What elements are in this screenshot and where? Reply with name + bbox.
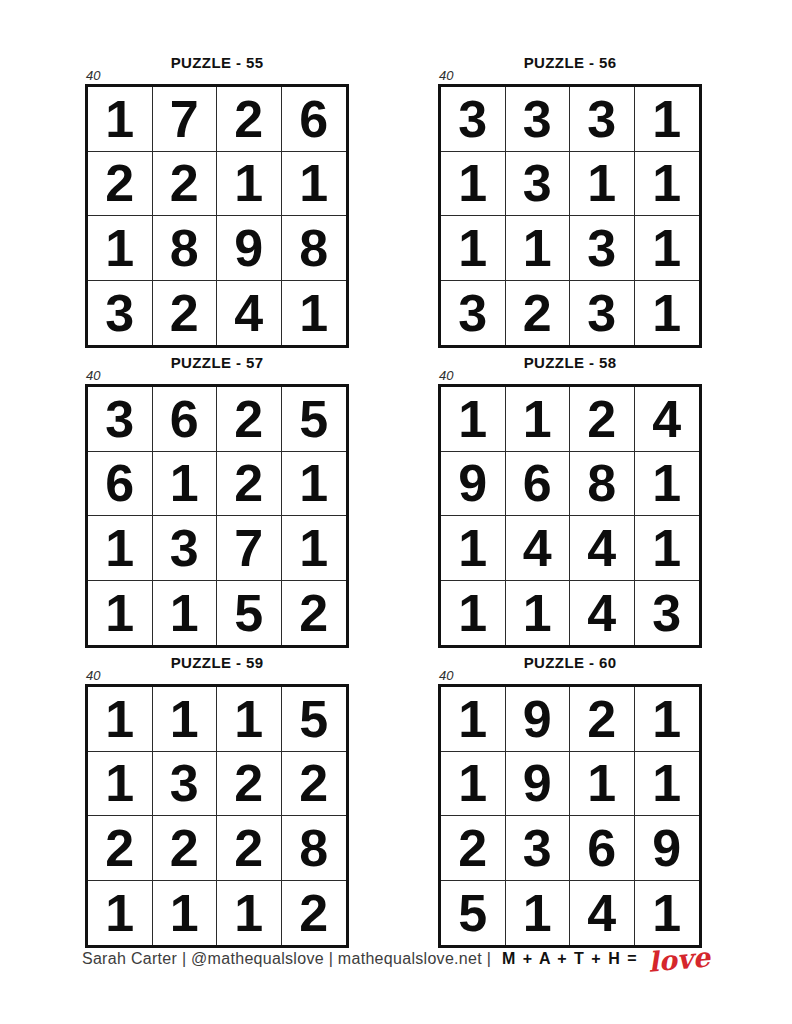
puzzle-60-cell-r3c1: 2	[441, 816, 506, 881]
puzzle-58-cell-r4c1: 1	[441, 581, 506, 646]
puzzle-board-56: 3331131111313231	[438, 84, 702, 348]
puzzle-58-cell-r4c3: 4	[570, 581, 635, 646]
puzzle-60-cell-r1c1: 1	[441, 687, 506, 752]
puzzle-title-60: PUZZLE - 60	[438, 654, 702, 672]
puzzle-57-cell-r2c2: 1	[153, 452, 218, 517]
puzzle-58-cell-r1c4: 4	[635, 387, 700, 452]
puzzle-board-wrap: 40 3625612113711152	[85, 384, 349, 648]
puzzle-58-cell-r3c2: 4	[506, 516, 571, 581]
puzzle-60-cell-r4c4: 1	[635, 881, 700, 946]
puzzle-57-cell-r2c3: 2	[217, 452, 282, 517]
puzzle-block: PUZZLE - 57 40 3625612113711152	[85, 354, 349, 648]
puzzle-60-cell-r2c3: 1	[570, 752, 635, 817]
puzzle-60-cell-r1c4: 1	[635, 687, 700, 752]
puzzle-55-cell-r2c3: 1	[217, 152, 282, 217]
puzzle-58-cell-r4c4: 3	[635, 581, 700, 646]
puzzle-board-wrap: 40 3331131111313231	[438, 84, 702, 348]
puzzle-55-cell-r3c2: 8	[153, 216, 218, 281]
puzzle-56-cell-r2c3: 1	[570, 152, 635, 217]
puzzle-board-55: 1726221118983241	[85, 84, 349, 348]
puzzle-57-cell-r1c1: 3	[88, 387, 153, 452]
puzzle-59-cell-r3c4: 8	[282, 816, 347, 881]
puzzle-55-cell-r4c2: 2	[153, 281, 218, 346]
puzzle-59-cell-r4c3: 1	[217, 881, 282, 946]
puzzle-board-wrap: 40 1115132222281112	[85, 684, 349, 948]
puzzle-56-cell-r2c2: 3	[506, 152, 571, 217]
puzzle-board-59: 1115132222281112	[85, 684, 349, 948]
puzzle-59-cell-r2c3: 2	[217, 752, 282, 817]
puzzle-57-cell-r3c4: 1	[282, 516, 347, 581]
puzzle-board-wrap: 40 1921191123695141	[438, 684, 702, 948]
puzzle-block: PUZZLE - 59 40 1115132222281112	[85, 654, 349, 948]
puzzle-60-cell-r4c3: 4	[570, 881, 635, 946]
puzzle-55-cell-r3c3: 9	[217, 216, 282, 281]
puzzle-55-cell-r2c4: 1	[282, 152, 347, 217]
puzzle-56-cell-r3c1: 1	[441, 216, 506, 281]
puzzle-60-cell-r2c4: 1	[635, 752, 700, 817]
puzzle-59-cell-r4c1: 1	[88, 881, 153, 946]
puzzle-57-cell-r4c1: 1	[88, 581, 153, 646]
puzzle-58-cell-r2c4: 1	[635, 452, 700, 517]
puzzle-board-58: 1124968114411143	[438, 384, 702, 648]
puzzle-55-cell-r1c4: 6	[282, 87, 347, 152]
puzzle-59-cell-r1c4: 5	[282, 687, 347, 752]
puzzle-block: PUZZLE - 60 40 1921191123695141	[438, 654, 702, 948]
puzzle-56-cell-r3c3: 3	[570, 216, 635, 281]
puzzle-59-cell-r4c2: 1	[153, 881, 218, 946]
target-number-label: 40	[439, 369, 453, 382]
puzzle-59-cell-r3c3: 2	[217, 816, 282, 881]
math-equals-text: M + A + T + H =	[502, 950, 638, 967]
puzzle-56-cell-r1c4: 1	[635, 87, 700, 152]
target-number-label: 40	[86, 669, 100, 682]
puzzle-board-wrap: 40 1726221118983241	[85, 84, 349, 348]
puzzle-title-58: PUZZLE - 58	[438, 354, 702, 372]
puzzle-57-cell-r3c1: 1	[88, 516, 153, 581]
target-number-label: 40	[439, 69, 453, 82]
puzzle-56-cell-r3c4: 1	[635, 216, 700, 281]
credit-text: Sarah Carter | @mathequalslove | mathequ…	[82, 950, 491, 967]
puzzle-57-cell-r4c3: 5	[217, 581, 282, 646]
puzzle-60-cell-r3c3: 6	[570, 816, 635, 881]
footer-credit: Sarah Carter | @mathequalslove | mathequ…	[0, 950, 792, 968]
puzzle-56-cell-r4c3: 3	[570, 281, 635, 346]
puzzle-56-cell-r4c1: 3	[441, 281, 506, 346]
puzzle-59-cell-r3c1: 2	[88, 816, 153, 881]
puzzle-60-cell-r3c2: 3	[506, 816, 571, 881]
puzzle-56-cell-r1c3: 3	[570, 87, 635, 152]
puzzle-59-cell-r3c2: 2	[153, 816, 218, 881]
puzzle-57-cell-r4c2: 1	[153, 581, 218, 646]
puzzle-56-cell-r4c4: 1	[635, 281, 700, 346]
puzzle-58-cell-r4c2: 1	[506, 581, 571, 646]
puzzle-55-cell-r2c1: 2	[88, 152, 153, 217]
puzzle-grid-area: PUZZLE - 55 40 1726221118983241 PUZZLE -…	[85, 54, 702, 948]
puzzle-block: PUZZLE - 55 40 1726221118983241	[85, 54, 349, 348]
puzzle-56-cell-r2c1: 1	[441, 152, 506, 217]
puzzle-55-cell-r3c1: 1	[88, 216, 153, 281]
puzzle-60-cell-r1c3: 2	[570, 687, 635, 752]
puzzle-55-cell-r2c2: 2	[153, 152, 218, 217]
puzzle-56-cell-r2c4: 1	[635, 152, 700, 217]
puzzle-58-cell-r2c3: 8	[570, 452, 635, 517]
puzzle-title-57: PUZZLE - 57	[85, 354, 349, 372]
puzzle-60-cell-r3c4: 9	[635, 816, 700, 881]
puzzle-58-cell-r2c2: 6	[506, 452, 571, 517]
puzzle-56-cell-r3c2: 1	[506, 216, 571, 281]
target-number-label: 40	[86, 69, 100, 82]
puzzle-60-cell-r4c1: 5	[441, 881, 506, 946]
puzzle-58-cell-r1c1: 1	[441, 387, 506, 452]
puzzle-55-cell-r4c4: 1	[282, 281, 347, 346]
puzzle-59-cell-r2c1: 1	[88, 752, 153, 817]
puzzle-board-60: 1921191123695141	[438, 684, 702, 948]
puzzle-56-cell-r4c2: 2	[506, 281, 571, 346]
puzzle-59-cell-r4c4: 2	[282, 881, 347, 946]
puzzle-56-cell-r1c1: 3	[441, 87, 506, 152]
puzzle-55-cell-r3c4: 8	[282, 216, 347, 281]
puzzle-59-cell-r1c1: 1	[88, 687, 153, 752]
puzzle-55-cell-r4c1: 3	[88, 281, 153, 346]
puzzle-60-cell-r4c2: 1	[506, 881, 571, 946]
puzzle-title-56: PUZZLE - 56	[438, 54, 702, 72]
target-number-label: 40	[439, 669, 453, 682]
love-script-logo: love	[647, 949, 711, 970]
puzzle-55-cell-r1c3: 2	[217, 87, 282, 152]
puzzle-title-55: PUZZLE - 55	[85, 54, 349, 72]
puzzle-58-cell-r3c1: 1	[441, 516, 506, 581]
puzzle-59-cell-r1c2: 1	[153, 687, 218, 752]
puzzle-59-cell-r2c4: 2	[282, 752, 347, 817]
puzzle-57-cell-r4c4: 2	[282, 581, 347, 646]
puzzle-title-59: PUZZLE - 59	[85, 654, 349, 672]
puzzle-60-cell-r2c1: 1	[441, 752, 506, 817]
puzzle-55-cell-r1c2: 7	[153, 87, 218, 152]
puzzle-57-cell-r3c3: 7	[217, 516, 282, 581]
puzzle-59-cell-r2c2: 3	[153, 752, 218, 817]
puzzle-57-cell-r1c2: 6	[153, 387, 218, 452]
puzzle-56-cell-r1c2: 3	[506, 87, 571, 152]
puzzle-59-cell-r1c3: 1	[217, 687, 282, 752]
puzzle-60-cell-r1c2: 9	[506, 687, 571, 752]
puzzle-55-cell-r1c1: 1	[88, 87, 153, 152]
puzzle-57-cell-r2c1: 6	[88, 452, 153, 517]
puzzle-58-cell-r1c3: 2	[570, 387, 635, 452]
puzzle-block: PUZZLE - 58 40 1124968114411143	[438, 354, 702, 648]
puzzle-58-cell-r3c4: 1	[635, 516, 700, 581]
puzzle-board-57: 3625612113711152	[85, 384, 349, 648]
puzzle-58-cell-r3c3: 4	[570, 516, 635, 581]
puzzle-57-cell-r3c2: 3	[153, 516, 218, 581]
puzzle-58-cell-r1c2: 1	[506, 387, 571, 452]
puzzle-57-cell-r2c4: 1	[282, 452, 347, 517]
puzzle-60-cell-r2c2: 9	[506, 752, 571, 817]
puzzle-58-cell-r2c1: 9	[441, 452, 506, 517]
puzzle-57-cell-r1c3: 2	[217, 387, 282, 452]
puzzle-55-cell-r4c3: 4	[217, 281, 282, 346]
puzzle-57-cell-r1c4: 5	[282, 387, 347, 452]
target-number-label: 40	[86, 369, 100, 382]
puzzle-block: PUZZLE - 56 40 3331131111313231	[438, 54, 702, 348]
worksheet-page: PUZZLE - 55 40 1726221118983241 PUZZLE -…	[0, 0, 792, 1024]
puzzle-board-wrap: 40 1124968114411143	[438, 384, 702, 648]
